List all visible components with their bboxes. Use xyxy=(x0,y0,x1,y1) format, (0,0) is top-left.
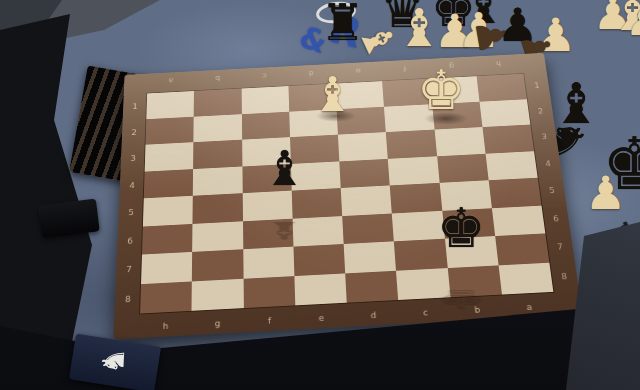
square-a5[interactable] xyxy=(488,178,541,208)
white-bishop-e2[interactable]: ♝ xyxy=(311,70,354,118)
coord-label: a xyxy=(503,301,556,313)
square-h4[interactable] xyxy=(144,169,194,199)
square-g2[interactable] xyxy=(194,114,242,142)
square-h7[interactable] xyxy=(141,252,192,284)
square-g4[interactable] xyxy=(193,166,242,196)
photo-scene: & R ♜ ♛ ♚ ♝ ♝ ♝ ♟ ♟ ♟ ♟ ♟ ♟ ♟ ♝ ♟ ♝ ♞ ♚ … xyxy=(0,0,640,390)
square-d5[interactable] xyxy=(341,185,392,215)
square-a8[interactable] xyxy=(498,262,553,294)
square-h1[interactable] xyxy=(146,91,194,119)
square-f8[interactable] xyxy=(243,276,295,308)
square-a4[interactable] xyxy=(485,151,537,180)
coord-label: g xyxy=(192,317,244,329)
coord-label: 8 xyxy=(549,261,579,292)
coord-label: 4 xyxy=(119,171,144,199)
square-g6[interactable] xyxy=(192,221,242,252)
square-b3[interactable] xyxy=(434,127,485,156)
coord-label: h xyxy=(475,59,523,69)
square-d3[interactable] xyxy=(338,132,388,161)
square-g3[interactable] xyxy=(193,140,242,169)
square-c3[interactable] xyxy=(386,130,437,159)
square-f1[interactable] xyxy=(241,86,289,114)
square-h2[interactable] xyxy=(145,116,193,144)
piece-reflection: ♚ xyxy=(437,286,485,313)
square-b4[interactable] xyxy=(437,153,489,182)
coord-label: 2 xyxy=(527,98,554,125)
square-h5[interactable] xyxy=(143,196,193,226)
coord-label: 8 xyxy=(114,284,141,315)
square-g8[interactable] xyxy=(192,278,244,310)
square-c4[interactable] xyxy=(388,156,439,186)
square-d7[interactable] xyxy=(344,241,397,273)
coord-label: c xyxy=(241,71,288,81)
spare-white-pawn: ♟ xyxy=(585,170,626,216)
coord-label: 7 xyxy=(545,232,574,262)
coord-label: 2 xyxy=(122,119,147,146)
coord-label: d xyxy=(347,309,400,321)
square-e8[interactable] xyxy=(294,273,347,305)
black-king-b6[interactable]: ♚ xyxy=(437,202,485,256)
square-d4[interactable] xyxy=(339,158,390,188)
coord-label: 1 xyxy=(123,93,147,120)
piece-reflection: ♝ xyxy=(263,218,306,242)
black-bishop-f5[interactable]: ♝ xyxy=(263,144,306,192)
white-king-b2[interactable]: ♚ xyxy=(417,64,465,118)
coord-label: f xyxy=(243,315,295,327)
square-e7[interactable] xyxy=(293,244,345,276)
square-a3[interactable] xyxy=(482,125,534,154)
square-a1[interactable] xyxy=(476,74,526,102)
coord-label: 6 xyxy=(117,226,143,256)
square-c5[interactable] xyxy=(390,183,442,213)
square-f7[interactable] xyxy=(243,247,294,279)
square-d6[interactable] xyxy=(342,213,394,244)
coord-label: b xyxy=(194,73,241,83)
square-h3[interactable] xyxy=(145,142,194,171)
coord-label: h xyxy=(139,320,191,332)
square-h6[interactable] xyxy=(142,223,193,254)
coord-label: 1 xyxy=(523,73,550,99)
square-a2[interactable] xyxy=(479,99,530,127)
square-h8[interactable] xyxy=(140,281,192,314)
coord-label: 4 xyxy=(534,150,562,178)
coord-label: a xyxy=(147,76,194,86)
coord-label: e xyxy=(295,312,347,324)
square-a7[interactable] xyxy=(495,233,549,265)
square-d8[interactable] xyxy=(345,270,398,302)
coord-label: 5 xyxy=(118,198,144,227)
phone xyxy=(38,199,100,239)
coord-label: 7 xyxy=(116,255,142,285)
square-g5[interactable] xyxy=(193,193,243,223)
square-g7[interactable] xyxy=(192,249,243,281)
square-f2[interactable] xyxy=(241,111,289,139)
square-g1[interactable] xyxy=(194,89,242,117)
square-a6[interactable] xyxy=(492,205,546,236)
coord-label: 3 xyxy=(530,123,558,151)
coord-label: 6 xyxy=(541,204,570,233)
spare-white-pawn: ♟ xyxy=(625,0,640,42)
chess-piece-logo: ♞ xyxy=(98,347,129,375)
coord-label: 5 xyxy=(538,176,567,205)
coord-label: 3 xyxy=(120,145,145,173)
